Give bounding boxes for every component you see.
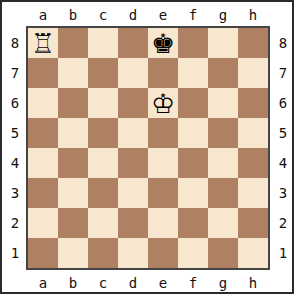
file-label-top-h: h (238, 6, 268, 24)
square-b3[interactable] (58, 178, 88, 208)
file-label-bottom-f: f (178, 274, 208, 292)
square-d8[interactable] (118, 28, 148, 58)
black-king-e8[interactable]: ♚ (148, 28, 178, 58)
square-d2[interactable] (118, 208, 148, 238)
rank-label-right-4: 4 (274, 148, 292, 178)
square-f8[interactable] (178, 28, 208, 58)
square-b5[interactable] (58, 118, 88, 148)
file-labels-top: abcdefgh (28, 6, 268, 24)
rank-label-left-2: 2 (6, 208, 24, 238)
square-h4[interactable] (238, 148, 268, 178)
rank-label-right-6: 6 (274, 88, 292, 118)
rank-labels-left: 87654321 (6, 28, 24, 268)
square-g1[interactable] (208, 238, 238, 268)
square-a7[interactable] (28, 58, 58, 88)
square-e4[interactable] (148, 148, 178, 178)
file-labels-bottom: abcdefgh (28, 274, 268, 292)
square-b8[interactable] (58, 28, 88, 58)
square-g3[interactable] (208, 178, 238, 208)
square-f6[interactable] (178, 88, 208, 118)
file-label-top-f: f (178, 6, 208, 24)
square-d3[interactable] (118, 178, 148, 208)
square-f7[interactable] (178, 58, 208, 88)
square-g2[interactable] (208, 208, 238, 238)
square-b1[interactable] (58, 238, 88, 268)
file-label-bottom-b: b (58, 274, 88, 292)
square-e3[interactable] (148, 178, 178, 208)
square-e2[interactable] (148, 208, 178, 238)
file-label-top-c: c (88, 6, 118, 24)
square-a8[interactable]: ♖ (28, 28, 58, 58)
file-label-bottom-c: c (88, 274, 118, 292)
rank-label-right-8: 8 (274, 28, 292, 58)
square-f1[interactable] (178, 238, 208, 268)
square-a2[interactable] (28, 208, 58, 238)
square-d7[interactable] (118, 58, 148, 88)
file-label-top-a: a (28, 6, 58, 24)
square-e8[interactable]: ♚ (148, 28, 178, 58)
square-b4[interactable] (58, 148, 88, 178)
chess-board: ♖♚♔ (28, 28, 268, 268)
square-g6[interactable] (208, 88, 238, 118)
square-a6[interactable] (28, 88, 58, 118)
square-g8[interactable] (208, 28, 238, 58)
square-c5[interactable] (88, 118, 118, 148)
square-a1[interactable] (28, 238, 58, 268)
square-f5[interactable] (178, 118, 208, 148)
file-label-top-b: b (58, 6, 88, 24)
square-c6[interactable] (88, 88, 118, 118)
file-label-bottom-d: d (118, 274, 148, 292)
rank-label-left-8: 8 (6, 28, 24, 58)
rank-label-right-3: 3 (274, 178, 292, 208)
square-b6[interactable] (58, 88, 88, 118)
white-king-e6[interactable]: ♔ (148, 88, 178, 118)
file-label-top-d: d (118, 6, 148, 24)
square-c1[interactable] (88, 238, 118, 268)
square-c4[interactable] (88, 148, 118, 178)
square-h3[interactable] (238, 178, 268, 208)
square-h7[interactable] (238, 58, 268, 88)
square-f2[interactable] (178, 208, 208, 238)
rank-label-left-4: 4 (6, 148, 24, 178)
square-f4[interactable] (178, 148, 208, 178)
square-g4[interactable] (208, 148, 238, 178)
square-h2[interactable] (238, 208, 268, 238)
file-label-bottom-a: a (28, 274, 58, 292)
file-label-top-e: e (148, 6, 178, 24)
square-a5[interactable] (28, 118, 58, 148)
square-h1[interactable] (238, 238, 268, 268)
rank-label-right-1: 1 (274, 238, 292, 268)
square-b7[interactable] (58, 58, 88, 88)
rank-label-left-3: 3 (6, 178, 24, 208)
square-b2[interactable] (58, 208, 88, 238)
square-g7[interactable] (208, 58, 238, 88)
square-e7[interactable] (148, 58, 178, 88)
square-e6[interactable]: ♔ (148, 88, 178, 118)
square-h8[interactable] (238, 28, 268, 58)
square-h5[interactable] (238, 118, 268, 148)
file-label-bottom-e: e (148, 274, 178, 292)
rank-label-right-5: 5 (274, 118, 292, 148)
square-d5[interactable] (118, 118, 148, 148)
rank-label-left-5: 5 (6, 118, 24, 148)
rank-label-right-2: 2 (274, 208, 292, 238)
rank-label-left-6: 6 (6, 88, 24, 118)
rank-label-right-7: 7 (274, 58, 292, 88)
square-d1[interactable] (118, 238, 148, 268)
square-h6[interactable] (238, 88, 268, 118)
file-label-top-g: g (208, 6, 238, 24)
file-label-bottom-g: g (208, 274, 238, 292)
square-c8[interactable] (88, 28, 118, 58)
square-c2[interactable] (88, 208, 118, 238)
square-e5[interactable] (148, 118, 178, 148)
square-a4[interactable] (28, 148, 58, 178)
square-c3[interactable] (88, 178, 118, 208)
square-f3[interactable] (178, 178, 208, 208)
board-frame: ♖♚♔ (26, 26, 270, 270)
white-rook-a8[interactable]: ♖ (28, 28, 58, 58)
square-c7[interactable] (88, 58, 118, 88)
square-a3[interactable] (28, 178, 58, 208)
square-d6[interactable] (118, 88, 148, 118)
rank-label-left-1: 1 (6, 238, 24, 268)
square-e1[interactable] (148, 238, 178, 268)
chess-diagram: abcdefgh 87654321 87654321 abcdefgh ♖♚♔ (0, 0, 294, 294)
square-d4[interactable] (118, 148, 148, 178)
rank-labels-right: 87654321 (274, 28, 292, 268)
square-g5[interactable] (208, 118, 238, 148)
rank-label-left-7: 7 (6, 58, 24, 88)
file-label-bottom-h: h (238, 274, 268, 292)
